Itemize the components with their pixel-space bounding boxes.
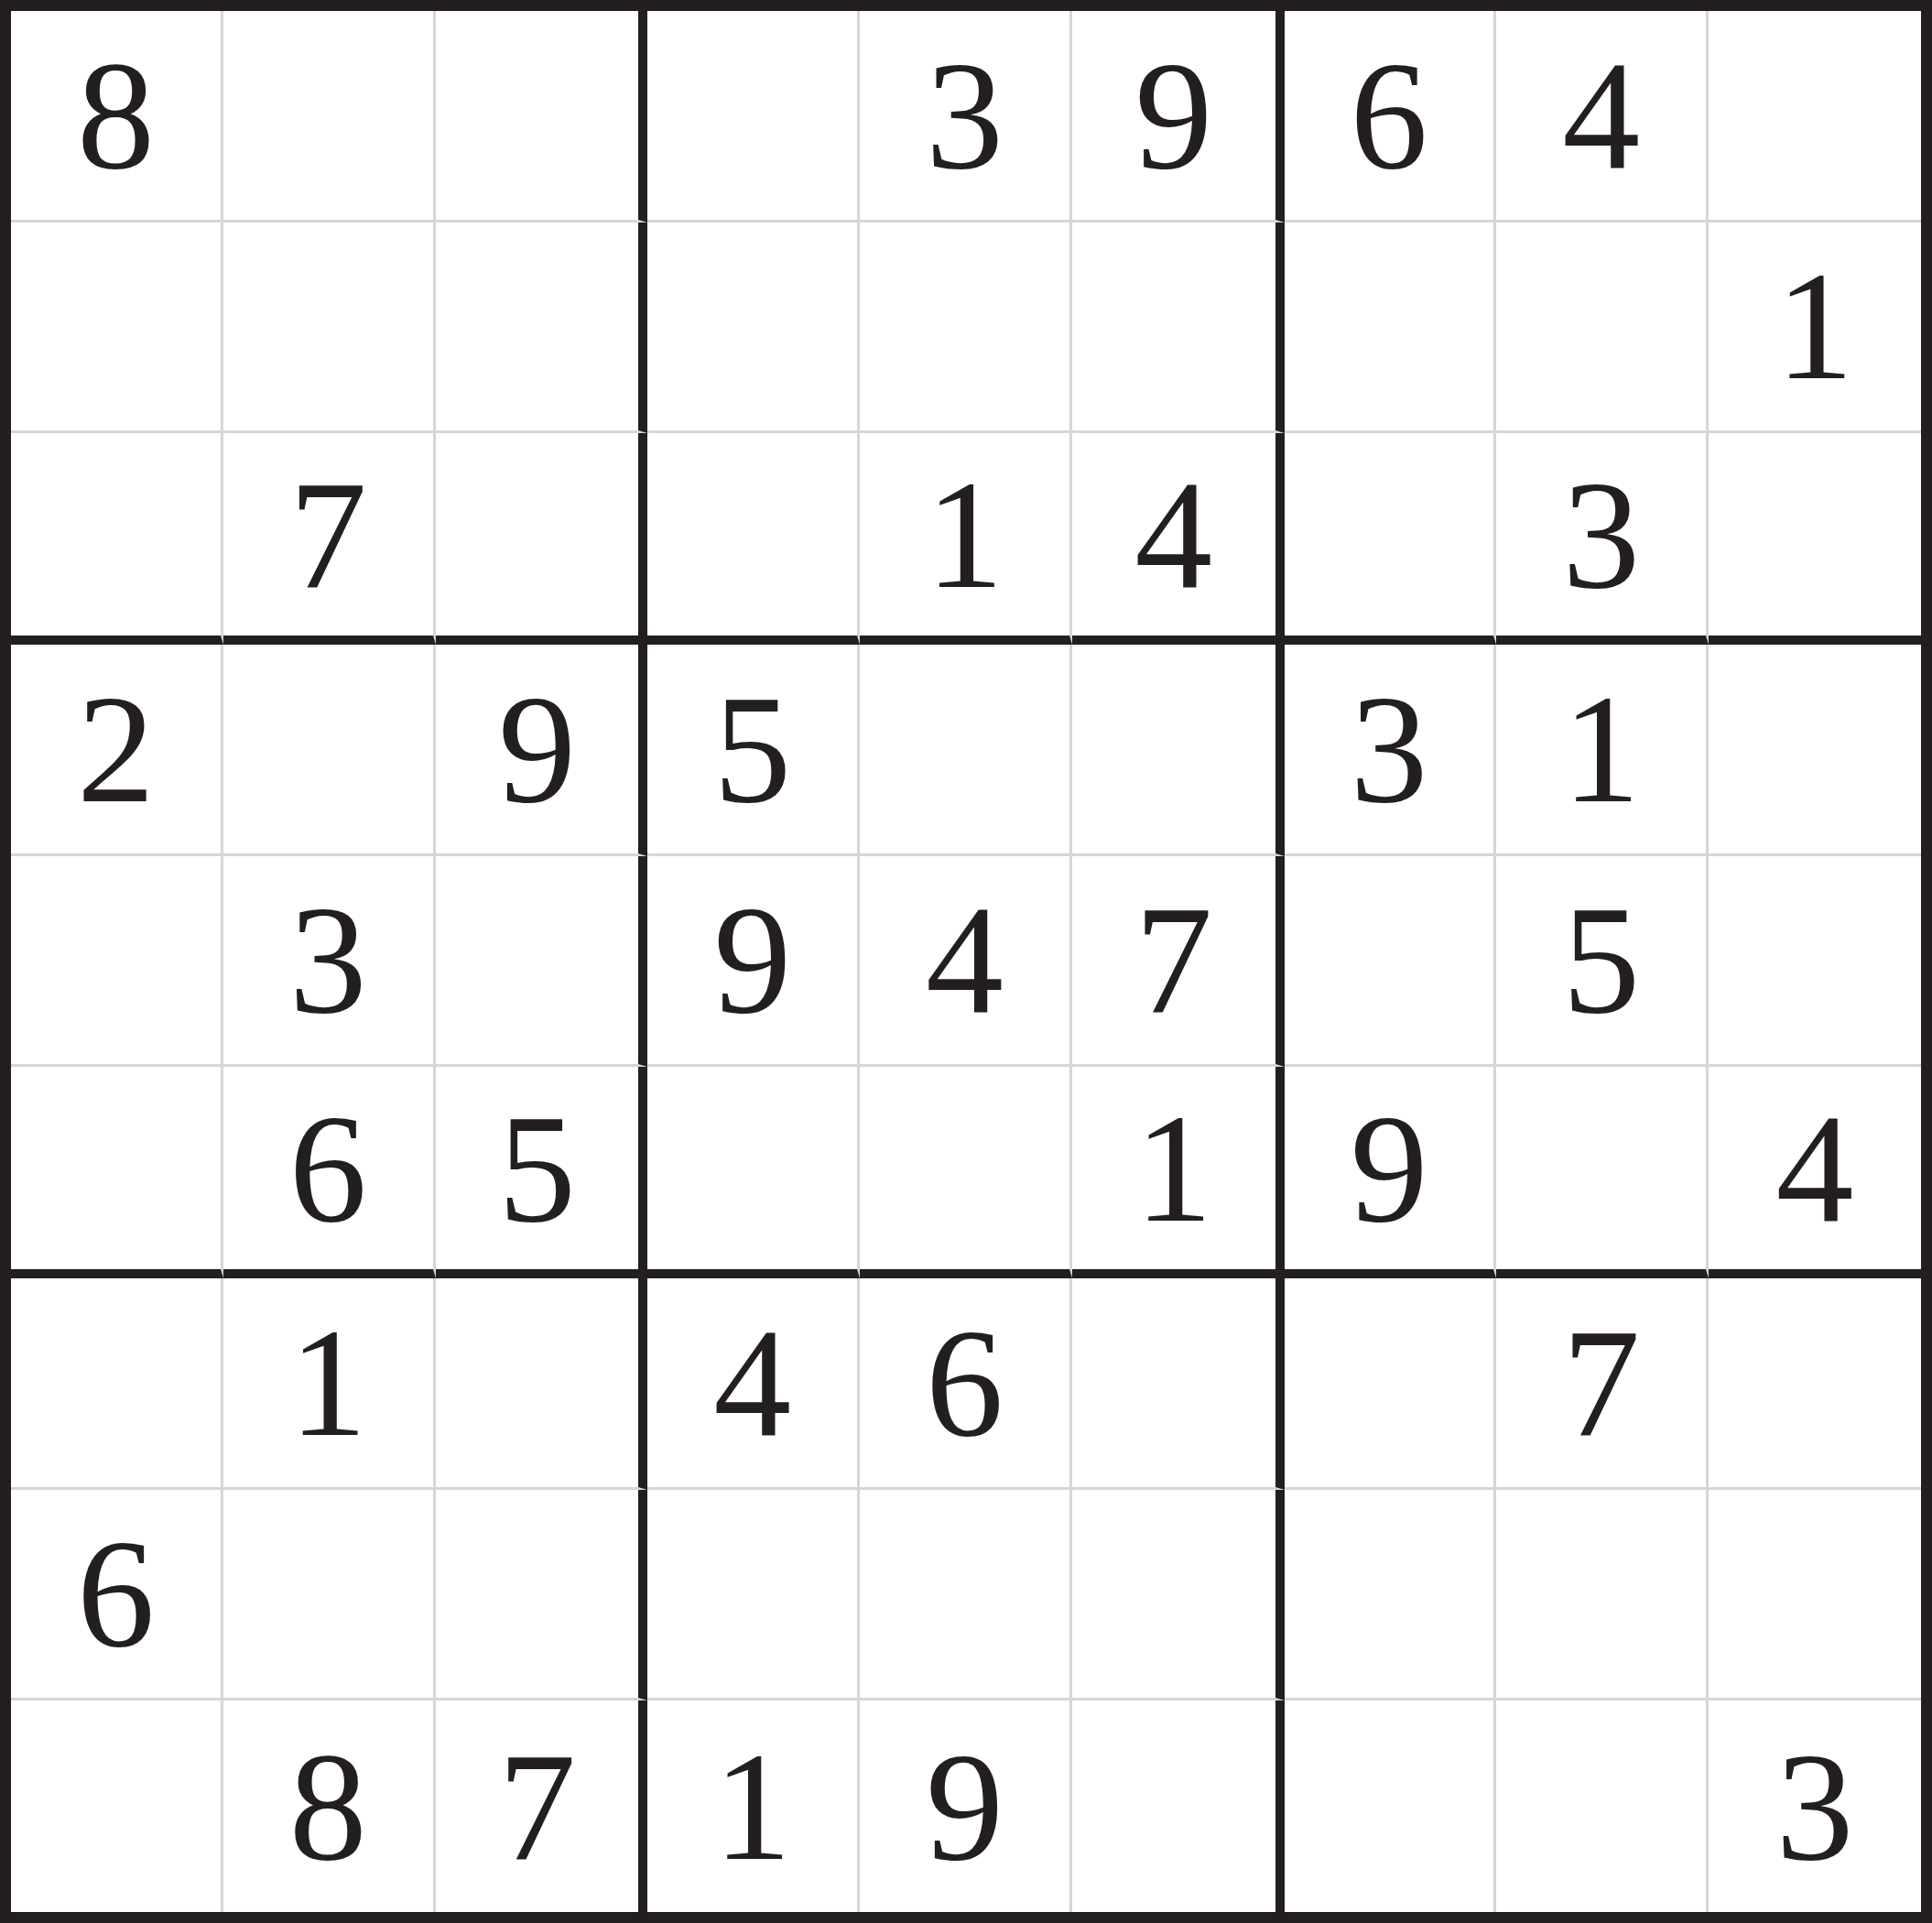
given-digit: 9 bbox=[1351, 1091, 1428, 1246]
cell-r8c3[interactable] bbox=[436, 1490, 648, 1701]
given-digit: 4 bbox=[1134, 457, 1212, 613]
cell-r8c6[interactable] bbox=[1072, 1490, 1285, 1701]
cell-r2c9[interactable]: 1 bbox=[1709, 223, 1921, 434]
given-digit: 1 bbox=[713, 1729, 791, 1885]
given-digit: 6 bbox=[926, 1305, 1004, 1461]
given-digit: 3 bbox=[1776, 1729, 1854, 1885]
cell-r1c5[interactable]: 3 bbox=[860, 11, 1072, 223]
cell-r3c8[interactable]: 3 bbox=[1496, 433, 1709, 645]
given-digit: 4 bbox=[713, 1305, 791, 1461]
cell-r2c3[interactable] bbox=[436, 223, 648, 434]
cell-r6c9[interactable]: 4 bbox=[1709, 1067, 1921, 1278]
cell-r4c5[interactable] bbox=[860, 645, 1072, 856]
given-digit: 4 bbox=[1562, 38, 1640, 193]
given-digit: 1 bbox=[1562, 671, 1640, 827]
cell-r4c3[interactable]: 9 bbox=[436, 645, 648, 856]
cell-r3c6[interactable]: 4 bbox=[1072, 433, 1285, 645]
cell-r5c7[interactable] bbox=[1285, 856, 1497, 1068]
cell-r6c1[interactable] bbox=[11, 1067, 223, 1278]
cell-r6c7[interactable]: 9 bbox=[1285, 1067, 1497, 1278]
cell-r5c6[interactable]: 7 bbox=[1072, 856, 1285, 1068]
cell-r6c8[interactable] bbox=[1496, 1067, 1709, 1278]
cell-r4c8[interactable]: 1 bbox=[1496, 645, 1709, 856]
given-digit: 8 bbox=[77, 38, 155, 193]
cell-r5c3[interactable] bbox=[436, 856, 648, 1068]
given-digit: 9 bbox=[713, 882, 791, 1038]
cell-r9c7[interactable] bbox=[1285, 1700, 1497, 1912]
given-digit: 5 bbox=[498, 1091, 576, 1246]
given-digit: 7 bbox=[1562, 1305, 1640, 1461]
given-digit: 1 bbox=[1134, 1091, 1212, 1246]
cell-r4c6[interactable] bbox=[1072, 645, 1285, 856]
cell-r4c1[interactable]: 2 bbox=[11, 645, 223, 856]
cell-r9c4[interactable]: 1 bbox=[647, 1700, 860, 1912]
cell-r9c6[interactable] bbox=[1072, 1700, 1285, 1912]
cell-r1c8[interactable]: 4 bbox=[1496, 11, 1709, 223]
cell-r2c7[interactable] bbox=[1285, 223, 1497, 434]
cell-r7c9[interactable] bbox=[1709, 1278, 1921, 1490]
cell-r9c2[interactable]: 8 bbox=[223, 1700, 436, 1912]
cell-r7c3[interactable] bbox=[436, 1278, 648, 1490]
cell-r9c9[interactable]: 3 bbox=[1709, 1700, 1921, 1912]
given-digit: 4 bbox=[1776, 1091, 1854, 1246]
cell-r7c1[interactable] bbox=[11, 1278, 223, 1490]
given-digit: 9 bbox=[926, 1729, 1004, 1885]
cell-r6c4[interactable] bbox=[647, 1067, 860, 1278]
cell-r7c4[interactable]: 4 bbox=[647, 1278, 860, 1490]
cell-r3c7[interactable] bbox=[1285, 433, 1497, 645]
given-digit: 3 bbox=[289, 882, 367, 1038]
given-digit: 5 bbox=[713, 671, 791, 827]
given-digit: 6 bbox=[289, 1091, 367, 1246]
cell-r5c9[interactable] bbox=[1709, 856, 1921, 1068]
cell-r1c3[interactable] bbox=[436, 11, 648, 223]
cell-r5c4[interactable]: 9 bbox=[647, 856, 860, 1068]
given-digit: 9 bbox=[1134, 38, 1212, 193]
cell-r2c1[interactable] bbox=[11, 223, 223, 434]
sudoku-board: 83964171432953139475651941467687193 bbox=[0, 0, 1932, 1923]
cell-r3c9[interactable] bbox=[1709, 433, 1921, 645]
given-digit: 3 bbox=[926, 38, 1004, 193]
cell-r1c9[interactable] bbox=[1709, 11, 1921, 223]
cell-r7c6[interactable] bbox=[1072, 1278, 1285, 1490]
cell-r9c1[interactable] bbox=[11, 1700, 223, 1912]
cell-r3c5[interactable]: 1 bbox=[860, 433, 1072, 645]
cell-r1c4[interactable] bbox=[647, 11, 860, 223]
cell-r3c3[interactable] bbox=[436, 433, 648, 645]
given-digit: 7 bbox=[498, 1729, 576, 1885]
cell-r9c5[interactable]: 9 bbox=[860, 1700, 1072, 1912]
cell-r6c3[interactable]: 5 bbox=[436, 1067, 648, 1278]
cell-r1c2[interactable] bbox=[223, 11, 436, 223]
cell-r2c8[interactable] bbox=[1496, 223, 1709, 434]
cell-r5c1[interactable] bbox=[11, 856, 223, 1068]
cell-r2c5[interactable] bbox=[860, 223, 1072, 434]
cell-r7c5[interactable]: 6 bbox=[860, 1278, 1072, 1490]
cell-r4c7[interactable]: 3 bbox=[1285, 645, 1497, 856]
cell-r7c2[interactable]: 1 bbox=[223, 1278, 436, 1490]
cell-r2c2[interactable] bbox=[223, 223, 436, 434]
cell-r3c4[interactable] bbox=[647, 433, 860, 645]
cell-r5c2[interactable]: 3 bbox=[223, 856, 436, 1068]
given-digit: 7 bbox=[289, 457, 367, 613]
cell-r1c7[interactable]: 6 bbox=[1285, 11, 1497, 223]
cell-r7c7[interactable] bbox=[1285, 1278, 1497, 1490]
cell-r5c8[interactable]: 5 bbox=[1496, 856, 1709, 1068]
given-digit: 1 bbox=[1776, 248, 1854, 404]
given-digit: 4 bbox=[926, 882, 1004, 1038]
cell-r8c9[interactable] bbox=[1709, 1490, 1921, 1701]
cell-r6c5[interactable] bbox=[860, 1067, 1072, 1278]
cell-r1c6[interactable]: 9 bbox=[1072, 11, 1285, 223]
cell-r8c2[interactable] bbox=[223, 1490, 436, 1701]
cell-r9c8[interactable] bbox=[1496, 1700, 1709, 1912]
cell-r8c5[interactable] bbox=[860, 1490, 1072, 1701]
cell-r2c4[interactable] bbox=[647, 223, 860, 434]
cell-r9c3[interactable]: 7 bbox=[436, 1700, 648, 1912]
cell-r3c1[interactable] bbox=[11, 433, 223, 645]
cell-r4c4[interactable]: 5 bbox=[647, 645, 860, 856]
given-digit: 3 bbox=[1562, 457, 1640, 613]
given-digit: 7 bbox=[1134, 882, 1212, 1038]
given-digit: 3 bbox=[1351, 671, 1428, 827]
cell-r6c6[interactable]: 1 bbox=[1072, 1067, 1285, 1278]
cell-r5c5[interactable]: 4 bbox=[860, 856, 1072, 1068]
cell-r8c8[interactable] bbox=[1496, 1490, 1709, 1701]
given-digit: 2 bbox=[77, 671, 155, 827]
given-digit: 1 bbox=[289, 1305, 367, 1461]
cell-r7c8[interactable]: 7 bbox=[1496, 1278, 1709, 1490]
cell-r6c2[interactable]: 6 bbox=[223, 1067, 436, 1278]
cell-r8c7[interactable] bbox=[1285, 1490, 1497, 1701]
given-digit: 5 bbox=[1562, 882, 1640, 1038]
given-digit: 1 bbox=[926, 457, 1004, 613]
cell-r1c1[interactable]: 8 bbox=[11, 11, 223, 223]
given-digit: 6 bbox=[1351, 38, 1428, 193]
cell-r8c4[interactable] bbox=[647, 1490, 860, 1701]
given-digit: 6 bbox=[77, 1516, 155, 1671]
cell-r3c2[interactable]: 7 bbox=[223, 433, 436, 645]
cell-r8c1[interactable]: 6 bbox=[11, 1490, 223, 1701]
cell-r4c2[interactable] bbox=[223, 645, 436, 856]
given-digit: 9 bbox=[498, 671, 576, 827]
given-digit: 8 bbox=[289, 1729, 367, 1885]
cell-r4c9[interactable] bbox=[1709, 645, 1921, 856]
cell-r2c6[interactable] bbox=[1072, 223, 1285, 434]
